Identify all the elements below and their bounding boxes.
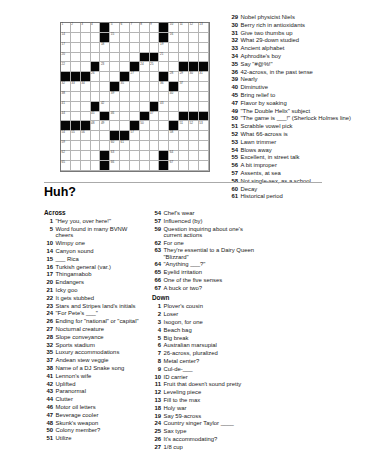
- grid-cell[interactable]: [91, 141, 101, 151]
- grid-cell[interactable]: [130, 53, 140, 63]
- clue-number: 3: [152, 319, 164, 325]
- grid-cell[interactable]: 21: [159, 53, 169, 63]
- grid-cell[interactable]: 48: [91, 121, 101, 131]
- grid-cell[interactable]: [140, 161, 150, 171]
- clue-text: Big break: [164, 335, 257, 341]
- grid-cell[interactable]: [91, 82, 101, 92]
- clue-item: 39Nearly: [229, 76, 361, 82]
- grid-cell[interactable]: [140, 131, 150, 141]
- grid-cell[interactable]: [169, 43, 179, 53]
- grid-cell[interactable]: [100, 82, 110, 92]
- clue-item: 22It gets stubbed: [44, 295, 146, 301]
- grid-cell[interactable]: [159, 131, 169, 141]
- grid-cell[interactable]: [130, 151, 140, 161]
- clue-item: 41Lennon's wife: [44, 373, 146, 379]
- clue-number: 1: [44, 218, 56, 224]
- grid-cell[interactable]: [91, 131, 101, 141]
- block-cell: [199, 112, 209, 122]
- grid-cell[interactable]: [150, 33, 160, 43]
- clue-number: 16: [44, 264, 56, 270]
- grid-cell[interactable]: [130, 92, 140, 102]
- grid-cell[interactable]: [189, 82, 199, 92]
- grid-cell[interactable]: 45: [91, 112, 101, 122]
- grid-cell[interactable]: 39: [110, 92, 120, 102]
- clue-item: 54Chef's wear: [152, 210, 256, 216]
- clue-number: 26: [152, 436, 164, 442]
- cell-number: 35: [121, 82, 124, 85]
- grid-cell[interactable]: [150, 92, 160, 102]
- cell-number: 13: [199, 23, 202, 26]
- grid-cell[interactable]: [81, 112, 91, 122]
- clue-text: Utilize: [56, 435, 147, 441]
- clue-item: 50"The game is ___!" (Sherlock Holmes li…: [229, 115, 361, 121]
- clue-item: 63They're essential to a Dairy Queen "Bl…: [152, 247, 256, 259]
- clue-text: 26-across, pluralized: [164, 350, 257, 356]
- clue-text: Icky goo: [56, 287, 147, 293]
- grid-cell[interactable]: [199, 53, 209, 63]
- clue-number: 40: [229, 84, 241, 90]
- cell-number: 40: [170, 92, 173, 95]
- grid-cell[interactable]: [91, 92, 101, 102]
- clue-text: Isogon, for one: [164, 319, 257, 325]
- clue-number: 64: [152, 261, 164, 267]
- grid-cell[interactable]: [140, 102, 150, 112]
- grid-cell[interactable]: [140, 151, 150, 161]
- grid-cell[interactable]: 6: [120, 23, 130, 33]
- grid-cell[interactable]: [91, 43, 101, 53]
- clue-text: Country singer Taylor ____: [164, 420, 257, 426]
- clue-text: Loser: [164, 311, 257, 317]
- grid-cell[interactable]: 2: [71, 23, 81, 33]
- clue-item: 33Ancient alphabet: [229, 45, 361, 51]
- clue-text: Ancient alphabet: [241, 45, 362, 51]
- grid-cell[interactable]: 31: [199, 72, 209, 82]
- grid-cell[interactable]: 28: [169, 72, 179, 82]
- grid-cell[interactable]: 9: [150, 23, 160, 33]
- clue-item: 16Turkish general (var.): [44, 264, 146, 270]
- grid-cell[interactable]: [189, 53, 199, 63]
- clue-item: 14Canyon sound: [44, 248, 146, 254]
- clue-item: 32Sports stadium: [44, 342, 146, 348]
- across-clue-list-continued: 54Chef's wear57Influenced (by)59Question…: [152, 210, 256, 291]
- cell-number: 9: [150, 23, 152, 26]
- grid-cell[interactable]: 22: [61, 62, 71, 72]
- grid-cell[interactable]: [130, 112, 140, 122]
- clue-text: "The game is ___!" (Sherlock Holmes line…: [241, 115, 362, 121]
- grid-cell[interactable]: 53: [199, 121, 209, 131]
- clue-number: 19: [152, 413, 164, 419]
- grid-cell[interactable]: [199, 161, 209, 171]
- grid-cell[interactable]: [159, 62, 169, 72]
- grid-cell[interactable]: [130, 141, 140, 151]
- clue-text: Fill to the max: [164, 397, 257, 403]
- cell-number: 38: [62, 92, 65, 95]
- clue-item: 4Beach bag: [152, 327, 256, 333]
- clue-number: 2: [152, 311, 164, 317]
- grid-cell[interactable]: [81, 62, 91, 72]
- grid-cell[interactable]: 25: [150, 62, 160, 72]
- clue-text: Sports stadium: [56, 342, 147, 348]
- clue-text: A bit improper: [241, 162, 362, 168]
- grid-cell[interactable]: 20: [61, 53, 71, 63]
- clue-item: 271/8 cup: [152, 444, 256, 450]
- grid-cell[interactable]: [150, 131, 160, 141]
- grid-cell[interactable]: [159, 141, 169, 151]
- block-cell: [140, 53, 150, 63]
- clue-number: 54: [152, 210, 164, 216]
- clue-text: Blows away: [241, 147, 362, 153]
- clue-text: ___ Rica: [56, 256, 147, 262]
- grid-cell[interactable]: [71, 43, 81, 53]
- grid-cell[interactable]: [81, 151, 91, 161]
- clue-number: 32: [229, 37, 241, 43]
- grid-cell[interactable]: [100, 131, 110, 141]
- clue-item: 28Slope conveyance: [44, 334, 146, 340]
- grid-cell[interactable]: [120, 121, 130, 131]
- grid-cell[interactable]: [71, 53, 81, 63]
- grid-cell[interactable]: [179, 43, 189, 53]
- grid-cell[interactable]: [81, 161, 91, 171]
- block-cell: [150, 53, 160, 63]
- grid-cell[interactable]: 52: [189, 121, 199, 131]
- grid-cell[interactable]: 33: [71, 82, 81, 92]
- grid-cell[interactable]: [189, 161, 199, 171]
- grid-cell[interactable]: [150, 141, 160, 151]
- grid-cell[interactable]: [179, 141, 189, 151]
- grid-cell[interactable]: 7: [130, 23, 140, 33]
- clue-text: Metal center?: [164, 358, 257, 364]
- grid-cell[interactable]: 26: [91, 72, 101, 82]
- clue-text: 1/8 cup: [164, 444, 257, 450]
- grid-cell[interactable]: 4: [91, 23, 101, 33]
- grid-cell[interactable]: 34: [81, 82, 91, 92]
- grid-cell[interactable]: [169, 102, 179, 112]
- grid-cell[interactable]: [189, 141, 199, 151]
- clue-text: Say 59-across: [164, 413, 257, 419]
- grid-cell[interactable]: [130, 102, 140, 112]
- clue-item: 52What 66-across is: [229, 131, 361, 137]
- clue-item: 35Say "#@%!": [229, 61, 361, 67]
- cell-number: 59: [62, 141, 65, 144]
- grid-cell[interactable]: [120, 92, 130, 102]
- clue-number: 23: [44, 303, 56, 309]
- grid-cell[interactable]: 46: [110, 112, 120, 122]
- cell-number: 47: [150, 112, 153, 115]
- clue-number: 47: [229, 100, 241, 106]
- grid-cell[interactable]: 16: [169, 33, 179, 43]
- grid-cell[interactable]: [130, 43, 140, 53]
- grid-cell[interactable]: [81, 92, 91, 102]
- cell-number: 8: [140, 23, 142, 26]
- grid-cell[interactable]: [71, 151, 81, 161]
- grid-cell[interactable]: 24: [140, 62, 150, 72]
- grid-cell[interactable]: [120, 62, 130, 72]
- grid-cell[interactable]: [150, 161, 160, 171]
- cell-number: 48: [91, 122, 94, 125]
- grid-cell[interactable]: [120, 112, 130, 122]
- grid-cell[interactable]: [71, 62, 81, 72]
- grid-cell[interactable]: [169, 53, 179, 63]
- clue-number: 50: [44, 427, 56, 433]
- clue-text: A buck or two?: [164, 285, 257, 291]
- grid-cell[interactable]: [199, 82, 209, 92]
- cell-number: 60: [111, 141, 114, 144]
- grid-cell[interactable]: [179, 33, 189, 43]
- clue-number: 59: [152, 226, 164, 238]
- grid-cell[interactable]: [71, 92, 81, 102]
- grid-cell[interactable]: [140, 141, 150, 151]
- clue-item: 9Cul-de-___: [152, 366, 256, 372]
- clue-text: What 29-down studied: [241, 37, 362, 43]
- block-cell: [100, 23, 110, 33]
- grid-cell[interactable]: 42: [100, 102, 110, 112]
- grid-cell[interactable]: 61: [120, 141, 130, 151]
- grid-cell[interactable]: [120, 53, 130, 63]
- grid-cell[interactable]: [189, 92, 199, 102]
- clue-number: 57: [152, 218, 164, 224]
- grid-cell[interactable]: [110, 43, 120, 53]
- grid-cell[interactable]: [140, 72, 150, 82]
- grid-cell[interactable]: [100, 72, 110, 82]
- clue-item: 50Colony member?: [44, 427, 146, 433]
- clue-number: 38: [44, 365, 56, 371]
- clue-number: 36: [229, 69, 241, 75]
- block-cell: [189, 112, 199, 122]
- grid-cell[interactable]: [130, 82, 140, 92]
- grid-cell[interactable]: 13: [199, 23, 209, 33]
- clue-text: Nobel physicist Niels: [241, 14, 362, 20]
- clue-text: Decay: [241, 186, 362, 192]
- grid-cell[interactable]: 30: [189, 72, 199, 82]
- clue-item: 26Ending for "national" or "capital": [44, 318, 146, 324]
- grid-cell[interactable]: [120, 33, 130, 43]
- grid-cell[interactable]: [179, 92, 189, 102]
- grid-cell[interactable]: 11: [179, 23, 189, 33]
- grid-cell[interactable]: 57: [130, 131, 140, 141]
- grid-cell[interactable]: 58: [169, 131, 179, 141]
- clue-item: 15___ Rica: [44, 256, 146, 262]
- grid-cell[interactable]: [189, 43, 199, 53]
- grid-cell[interactable]: [130, 161, 140, 171]
- clue-text: Beverage cooler: [56, 412, 147, 418]
- grid-cell[interactable]: 40: [169, 92, 179, 102]
- grid-cell[interactable]: [120, 151, 130, 161]
- clue-number: 15: [44, 256, 56, 262]
- grid-cell[interactable]: [110, 121, 120, 131]
- grid-cell[interactable]: [150, 72, 160, 82]
- grid-cell[interactable]: [81, 53, 91, 63]
- clue-number: 20: [44, 279, 56, 285]
- grid-cell[interactable]: [179, 131, 189, 141]
- clue-text: Sax type: [164, 428, 257, 434]
- cell-number: 28: [170, 72, 173, 75]
- clue-item: 5Word found in many BVNW cheers: [44, 226, 146, 238]
- grid-cell[interactable]: [91, 33, 101, 43]
- grid-cell[interactable]: [140, 43, 150, 53]
- grid-cell[interactable]: 27: [130, 72, 140, 82]
- grid-cell[interactable]: [199, 43, 209, 53]
- grid-cell[interactable]: [110, 72, 120, 82]
- cell-number: 66: [111, 161, 114, 164]
- grid-cell[interactable]: [179, 53, 189, 63]
- cell-number: 1: [62, 23, 64, 26]
- clue-text: Nocturnal creature: [56, 326, 147, 332]
- grid-cell[interactable]: [179, 102, 189, 112]
- grid-cell[interactable]: [91, 151, 101, 161]
- grid-cell[interactable]: [189, 131, 199, 141]
- grid-cell[interactable]: 35: [120, 82, 130, 92]
- grid-cell[interactable]: 23: [100, 62, 110, 72]
- cell-number: 55: [71, 131, 74, 134]
- clue-text: Historical period: [241, 193, 362, 199]
- clue-item: 43Paranormal: [44, 388, 146, 394]
- grid-cell[interactable]: 56: [81, 131, 91, 141]
- grid-cell[interactable]: [159, 121, 169, 131]
- grid-cell[interactable]: 67: [169, 161, 179, 171]
- grid-cell[interactable]: [71, 141, 81, 151]
- grid-cell[interactable]: [100, 53, 110, 63]
- clue-text: It gets stubbed: [56, 295, 147, 301]
- clue-item: 30Berry rich in antioxidants: [229, 22, 361, 28]
- grid-cell[interactable]: [120, 43, 130, 53]
- clue-text: Canyon sound: [56, 248, 147, 254]
- grid-cell[interactable]: [199, 141, 209, 151]
- grid-cell[interactable]: 44: [61, 112, 71, 122]
- cell-number: 20: [62, 53, 65, 56]
- grid-cell[interactable]: [140, 33, 150, 43]
- grid-cell[interactable]: [189, 102, 199, 112]
- grid-cell[interactable]: [189, 33, 199, 43]
- cell-number: 22: [62, 63, 65, 66]
- cell-number: 30: [189, 72, 192, 75]
- grid-cell[interactable]: [100, 141, 110, 151]
- grid-cell[interactable]: [130, 33, 140, 43]
- grid-cell[interactable]: [150, 121, 160, 131]
- clue-text: Leveling piece: [164, 389, 257, 395]
- grid-cell[interactable]: [91, 53, 101, 63]
- grid-cell[interactable]: 66: [110, 161, 120, 171]
- across-header: Across: [44, 210, 146, 216]
- clue-number: 58: [229, 178, 241, 184]
- cell-number: 36: [160, 82, 163, 85]
- cell-number: 2: [71, 23, 73, 26]
- clue-text: "Hey you, over here!": [56, 218, 147, 224]
- grid-cell[interactable]: [81, 141, 91, 151]
- clue-text: Luxury accommodations: [56, 349, 147, 355]
- middle-clues-column: 54Chef's wear57Influenced (by)59Question…: [152, 210, 256, 452]
- grid-cell[interactable]: [150, 82, 160, 92]
- grid-cell[interactable]: [169, 112, 179, 122]
- grid-cell[interactable]: [199, 92, 209, 102]
- clue-text: Ending for "national" or "capital": [56, 318, 147, 324]
- across-clues-column: Across 1"Hey you, over here!"5Word found…: [44, 210, 146, 443]
- cell-number: 14: [62, 33, 65, 36]
- cell-number: 23: [101, 63, 104, 66]
- grid-cell[interactable]: [189, 151, 199, 161]
- clue-number: 60: [229, 186, 241, 192]
- grid-cell[interactable]: [81, 43, 91, 53]
- grid-cell[interactable]: 8: [140, 23, 150, 33]
- grid-cell[interactable]: 12: [189, 23, 199, 33]
- grid-cell[interactable]: [159, 112, 169, 122]
- clue-item: 18Holy war: [152, 405, 256, 411]
- grid-cell[interactable]: 18: [100, 43, 110, 53]
- grid-cell[interactable]: [110, 62, 120, 72]
- grid-cell[interactable]: 43: [159, 102, 169, 112]
- block-cell: [100, 151, 110, 161]
- clue-number: 63: [152, 247, 164, 259]
- clue-number: 24: [152, 420, 164, 426]
- clue-number: 24: [44, 310, 56, 316]
- grid-cell[interactable]: [140, 92, 150, 102]
- grid-cell[interactable]: [71, 112, 81, 122]
- cell-number: 3: [81, 23, 83, 26]
- grid-cell[interactable]: 3: [81, 23, 91, 33]
- clue-number: 29: [229, 14, 241, 20]
- clue-text: They're essential to a Dairy Queen "Bliz…: [164, 247, 257, 259]
- grid-cell[interactable]: [199, 33, 209, 43]
- clue-text: Name of a DJ Snake song: [56, 365, 147, 371]
- clue-text: Andean stew veggie: [56, 357, 147, 363]
- grid-cell[interactable]: 49: [100, 121, 110, 131]
- clue-text: Scrabble vowel pick: [241, 123, 362, 129]
- grid-cell[interactable]: [71, 33, 81, 43]
- grid-cell[interactable]: 65: [61, 161, 71, 171]
- clue-text: Clutter: [56, 396, 147, 402]
- clue-number: 65: [152, 269, 164, 275]
- grid-cell[interactable]: [140, 82, 150, 92]
- clue-item: 35Luxury accommodations: [44, 349, 146, 355]
- clue-item: 24Country singer Taylor ____: [152, 420, 256, 426]
- grid-cell[interactable]: [81, 102, 91, 112]
- grid-cell[interactable]: 47: [150, 112, 160, 122]
- grid-cell[interactable]: 15: [110, 33, 120, 43]
- clue-number: 13: [152, 397, 164, 403]
- grid-cell[interactable]: [71, 161, 81, 171]
- clue-text: Give two thumbs up: [241, 30, 362, 36]
- grid-cell[interactable]: 36: [159, 82, 169, 92]
- clue-number: 53: [229, 139, 241, 145]
- grid-cell[interactable]: [91, 161, 101, 171]
- grid-cell[interactable]: [150, 43, 160, 53]
- cell-number: 29: [180, 72, 183, 75]
- grid-cell[interactable]: [150, 151, 160, 161]
- grid-cell[interactable]: [199, 102, 209, 112]
- clue-item: 66One of the five senses: [152, 277, 256, 283]
- clue-text: Question inquiring about one's current a…: [164, 226, 257, 238]
- clue-item: 37Andean stew veggie: [44, 357, 146, 363]
- clue-item: 23Stars and Stripes land's initials: [44, 303, 146, 309]
- grid-cell[interactable]: [199, 131, 209, 141]
- grid-cell[interactable]: 37: [179, 82, 189, 92]
- grid-cell[interactable]: [179, 151, 189, 161]
- clue-item: 53Lawn trimmer: [229, 139, 361, 145]
- across-clue-list: 1"Hey you, over here!"5Word found in man…: [44, 218, 146, 441]
- clue-text: "The Double Helix" subject: [241, 108, 362, 114]
- grid-cell[interactable]: 50: [140, 121, 150, 131]
- grid-cell[interactable]: [110, 53, 120, 63]
- grid-cell[interactable]: 51: [179, 121, 189, 131]
- grid-cell[interactable]: [71, 102, 81, 112]
- cell-number: 45: [91, 112, 94, 115]
- grid-cell[interactable]: [179, 161, 189, 171]
- clue-item: 67A buck or two?: [152, 285, 256, 291]
- grid-cell[interactable]: [199, 151, 209, 161]
- grid-cell[interactable]: [120, 102, 130, 112]
- grid-cell[interactable]: 55: [71, 131, 81, 141]
- grid-cell[interactable]: [120, 161, 130, 171]
- grid-cell[interactable]: [81, 33, 91, 43]
